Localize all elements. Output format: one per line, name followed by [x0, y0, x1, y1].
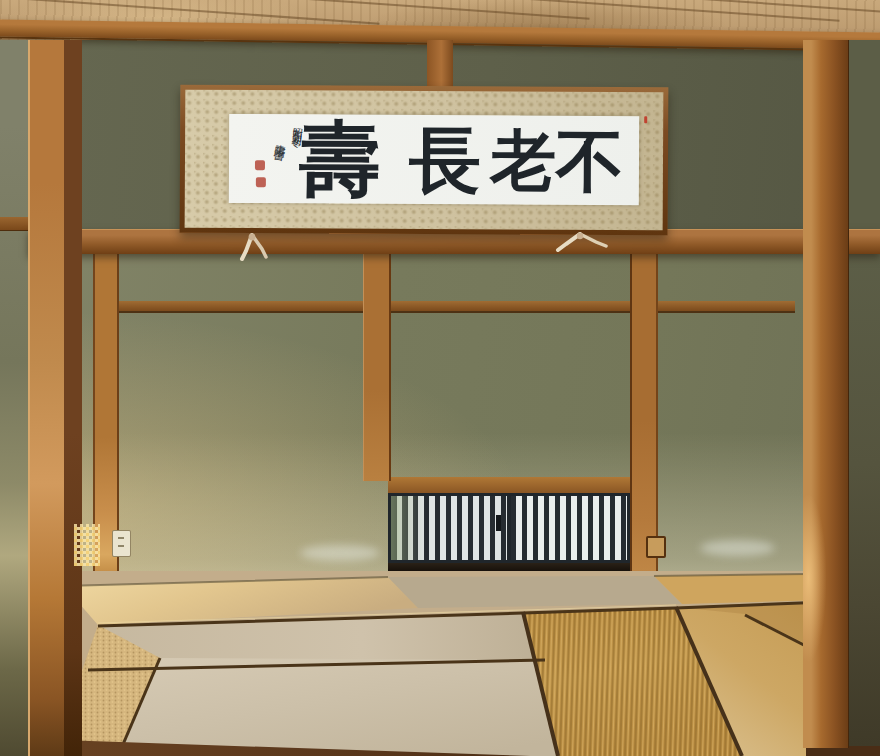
lattice-light-pattern [74, 524, 100, 566]
calligraphy-plaque: 壽 長 老 不 昭和丁卯初冬 壽陽書 [180, 85, 669, 236]
kanji-ju: 壽 [299, 117, 381, 199]
ceiling-plank-seam [170, 0, 589, 20]
left-wall [0, 40, 28, 756]
ceiling-plank-seam [650, 0, 880, 26]
kanji-ro: 老 [490, 127, 556, 193]
red-seal [256, 177, 266, 187]
wall-scuff-mark [300, 545, 380, 561]
door-latch [646, 536, 666, 558]
window-left-pane [391, 496, 507, 560]
kanji-fu: 不 [556, 127, 624, 195]
tatami-floor [0, 571, 880, 756]
tatami-back-center [388, 576, 682, 608]
red-seal [255, 160, 265, 170]
left-corner-post [28, 40, 66, 756]
left-post-shadow-face [64, 40, 82, 756]
right-corner-post [803, 40, 849, 748]
left-wall-rail [0, 217, 28, 231]
wall-scuff-mark [700, 540, 775, 556]
window-right-pane [511, 496, 627, 560]
signature: 壽陽書 [273, 135, 289, 144]
plaque-mat-border: 壽 長 老 不 昭和丁卯初冬 壽陽書 [185, 90, 664, 231]
japanese-room-photo: 壽 長 老 不 昭和丁卯初冬 壽陽書 [0, 0, 880, 756]
window-panels [388, 493, 630, 563]
hanging-cord-left [238, 233, 292, 265]
kanji-cho: 長 [409, 124, 481, 196]
window-top-rail [388, 477, 630, 494]
right-wall [848, 40, 880, 746]
window-handle [496, 515, 501, 531]
tatami-front-left [118, 658, 558, 756]
slatted-window [388, 477, 630, 572]
tatami-back-right [654, 574, 826, 604]
red-mark [644, 116, 647, 123]
plaque-paper: 壽 長 老 不 昭和丁卯初冬 壽陽書 [229, 114, 639, 205]
wall-rail [115, 301, 795, 313]
plaque-hanger-post [427, 40, 453, 92]
inscription-date: 昭和丁卯初冬 [290, 118, 305, 132]
hanging-cord-right [552, 232, 616, 260]
center-left-post [363, 253, 391, 481]
wall-outlet [112, 530, 131, 557]
